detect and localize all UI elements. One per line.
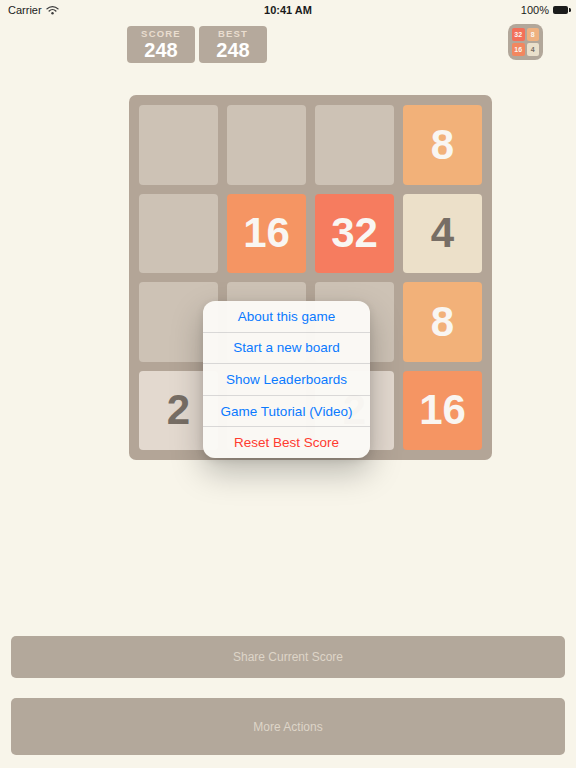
board-cell-r1c1 <box>139 105 218 185</box>
carrier-label: Carrier <box>8 4 42 16</box>
app-icon-tile: 32 <box>512 28 525 41</box>
app-icon: 32 8 16 4 <box>508 24 543 60</box>
menu-item-reset-best[interactable]: Reset Best Score <box>203 426 370 458</box>
menu-item-about[interactable]: About this game <box>203 301 370 332</box>
board-cell-r1c4: 8 <box>403 105 482 185</box>
menu-item-leaderboards[interactable]: Show Leaderboards <box>203 363 370 395</box>
best-label: BEST <box>218 29 248 39</box>
scoreboard: SCORE 248 BEST 248 <box>127 26 267 63</box>
clock: 10:41 AM <box>264 0 312 20</box>
actions-popover-menu: About this game Start a new board Show L… <box>203 301 370 458</box>
share-current-score-button[interactable]: Share Current Score <box>11 636 565 678</box>
board-cell-r4c4: 16 <box>403 371 482 451</box>
board-cell-r3c4: 8 <box>403 282 482 362</box>
board-cell-r2c4: 4 <box>403 194 482 274</box>
app-icon-tile: 8 <box>527 28 540 41</box>
battery-percent: 100% <box>521 4 549 16</box>
board-cell-r1c2 <box>227 105 306 185</box>
battery-icon <box>553 6 568 14</box>
best-value: 248 <box>216 40 249 60</box>
menu-item-new-board[interactable]: Start a new board <box>203 332 370 364</box>
app-icon-tile: 4 <box>527 43 540 56</box>
app-icon-tile: 16 <box>512 43 525 56</box>
board-cell-r2c3: 32 <box>315 194 394 274</box>
score-label: SCORE <box>141 29 181 39</box>
wifi-icon <box>46 5 59 15</box>
board-cell-r2c2: 16 <box>227 194 306 274</box>
status-bar: Carrier 10:41 AM 100% <box>0 0 576 20</box>
board-cell-r1c3 <box>315 105 394 185</box>
best-box: BEST 248 <box>199 26 267 63</box>
more-actions-button[interactable]: More Actions <box>11 698 565 755</box>
menu-item-tutorial[interactable]: Game Tutorial (Video) <box>203 395 370 427</box>
score-value: 248 <box>144 40 177 60</box>
score-box: SCORE 248 <box>127 26 195 63</box>
board-cell-r2c1 <box>139 194 218 274</box>
